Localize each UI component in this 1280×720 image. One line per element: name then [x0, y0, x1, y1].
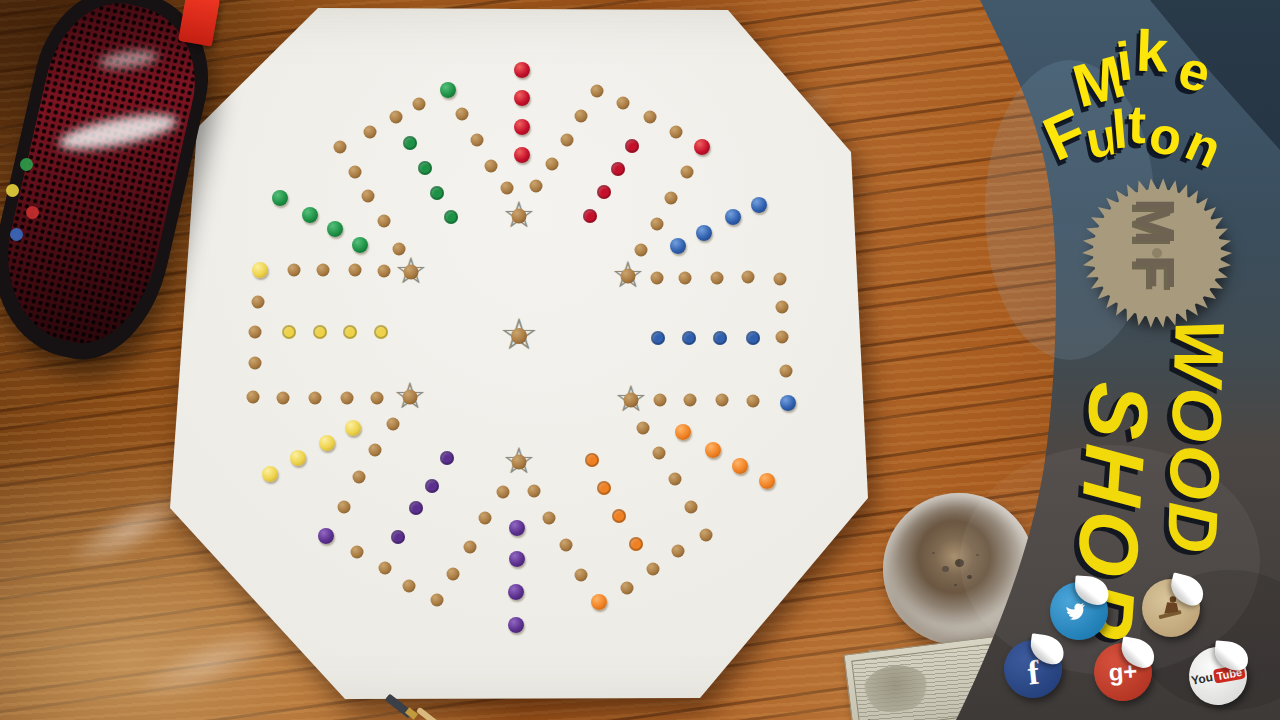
youtube-wordmark: You Tube	[1190, 664, 1246, 687]
marble-orange	[732, 458, 748, 474]
hole-star-shortcut	[403, 390, 418, 405]
hole-track	[338, 501, 351, 514]
hole-track	[637, 422, 650, 435]
hole-track	[364, 126, 377, 139]
woodworker-icon	[1152, 589, 1190, 627]
channel-name-letter: k	[1135, 21, 1169, 80]
hole-track	[546, 158, 559, 171]
marble-green	[352, 237, 368, 253]
hole-track	[617, 97, 630, 110]
hole-star-shortcut	[404, 265, 419, 280]
home-hole-blue	[682, 331, 696, 345]
hole-track	[349, 166, 362, 179]
hole-track	[543, 512, 556, 525]
hole-track	[647, 563, 660, 576]
marble-green-on-track	[440, 82, 456, 98]
hole-track	[685, 501, 698, 514]
home-hole-orange	[612, 509, 626, 523]
banner-word-wood: WOOD	[1152, 317, 1240, 557]
hole-star-shortcut	[512, 455, 527, 470]
marble-yellow	[319, 435, 335, 451]
hole-track	[644, 111, 657, 124]
home-hole-orange	[629, 537, 643, 551]
home-hole-green	[403, 136, 417, 150]
marble-orange	[705, 442, 721, 458]
hole-track	[497, 486, 510, 499]
hole-track	[679, 272, 692, 285]
hole-track	[654, 394, 667, 407]
marble-bag-mesh	[0, 0, 211, 356]
home-hole-yellow	[374, 325, 388, 339]
marble-purple	[508, 584, 524, 600]
hole-track	[561, 134, 574, 147]
home-hole-orange	[585, 453, 599, 467]
hole-track	[501, 182, 514, 195]
home-hole-red	[597, 185, 611, 199]
bag-red-tab	[178, 0, 220, 47]
hole-track	[371, 392, 384, 405]
hole-track	[681, 166, 694, 179]
hole-track	[672, 545, 685, 558]
bag-marble-red	[26, 206, 39, 219]
hole-track	[635, 244, 648, 257]
hole-track	[711, 272, 724, 285]
hole-track	[247, 391, 260, 404]
hole-track	[530, 180, 543, 193]
google-plus-glyph: g+	[1108, 657, 1139, 687]
hole-track	[378, 265, 391, 278]
twitter-bird-icon	[1058, 590, 1100, 632]
facebook-f-glyph: f	[1026, 653, 1041, 692]
hole-track	[351, 546, 364, 559]
hole-track	[309, 392, 322, 405]
hole-track	[456, 108, 469, 121]
home-hole-red	[611, 162, 625, 176]
marble-purple	[508, 617, 524, 633]
home-hole-red	[583, 209, 597, 223]
home-hole-purple	[391, 530, 405, 544]
marble-bag-body	[0, 0, 226, 375]
hole-track	[776, 301, 789, 314]
marble-green	[302, 207, 318, 223]
marble-green	[327, 221, 343, 237]
hole-track	[774, 273, 787, 286]
hole-track	[621, 582, 634, 595]
bill-denomination: 20	[858, 716, 874, 720]
hole-track	[479, 512, 492, 525]
marble-red	[514, 62, 530, 78]
hole-track	[747, 395, 760, 408]
bag-marble-blue	[10, 228, 23, 241]
youtube-you-text: You	[1190, 670, 1214, 688]
hole-track	[464, 541, 477, 554]
glass-ashtray	[883, 493, 1035, 645]
hole-track	[575, 569, 588, 582]
marble-yellow	[290, 450, 306, 466]
marble-orange	[675, 424, 691, 440]
hole-track	[669, 473, 682, 486]
home-hole-blue	[713, 331, 727, 345]
marble-blue	[670, 238, 686, 254]
marble-blue-on-track	[780, 395, 796, 411]
hole-track	[684, 394, 697, 407]
home-hole-green	[430, 186, 444, 200]
paint-brush	[378, 688, 448, 720]
marble-purple	[509, 520, 525, 536]
hole-track	[379, 562, 392, 575]
hole-track	[403, 580, 416, 593]
marble-yellow-on-track	[252, 262, 268, 278]
brush-handle	[416, 707, 440, 720]
marble-purple-on-track	[318, 528, 334, 544]
hole-star-shortcut	[621, 269, 636, 284]
hole-track	[249, 326, 262, 339]
home-hole-orange	[597, 481, 611, 495]
hole-track	[651, 272, 664, 285]
hole-track	[393, 243, 406, 256]
video-thumbnail: ☆☆☆☆☆☆☆ 20	[0, 0, 1280, 720]
hole-track	[591, 85, 604, 98]
hole-track	[431, 594, 444, 607]
hole-track	[780, 365, 793, 378]
hole-track	[653, 447, 666, 460]
marble-orange-on-track	[591, 594, 607, 610]
hole-track	[485, 160, 498, 173]
home-hole-yellow	[313, 325, 327, 339]
hole-track	[390, 111, 403, 124]
bag-marble-green	[20, 158, 33, 171]
marble-orange	[759, 473, 775, 489]
hole-track	[252, 296, 265, 309]
home-hole-yellow	[343, 325, 357, 339]
hole-track	[387, 418, 400, 431]
hole-track	[353, 471, 366, 484]
hole-track	[317, 264, 330, 277]
channel-name-letter: t	[1128, 97, 1147, 151]
hole-track	[447, 568, 460, 581]
hole-star-shortcut	[512, 209, 527, 224]
marble-blue	[696, 225, 712, 241]
hole-track	[362, 190, 375, 203]
logo-monogram: MF	[1123, 198, 1188, 299]
marble-yellow	[345, 420, 361, 436]
hole-track	[341, 392, 354, 405]
home-hole-purple	[440, 451, 454, 465]
marble-blue	[725, 209, 741, 225]
hole-track	[369, 444, 382, 457]
youtube-tube-text: Tube	[1213, 664, 1246, 683]
hole-track	[776, 331, 789, 344]
hole-track	[665, 192, 678, 205]
marble-blue	[751, 197, 767, 213]
hole-center	[511, 328, 527, 344]
hole-track	[334, 141, 347, 154]
home-hole-purple	[409, 501, 423, 515]
marble-bag	[0, 0, 236, 390]
home-hole-red	[625, 139, 639, 153]
hole-track	[277, 392, 290, 405]
home-hole-yellow	[282, 325, 296, 339]
hole-track	[413, 98, 426, 111]
bag-marble-yellow	[6, 184, 19, 197]
marble-red	[514, 147, 530, 163]
marble-red	[514, 90, 530, 106]
marble-yellow	[262, 466, 278, 482]
home-hole-blue	[651, 331, 665, 345]
hole-star-shortcut	[624, 393, 639, 408]
hole-track	[575, 110, 588, 123]
hole-track	[700, 529, 713, 542]
marble-red	[514, 119, 530, 135]
home-hole-green	[444, 210, 458, 224]
hole-track	[378, 215, 391, 228]
marble-purple	[509, 551, 525, 567]
hole-track	[742, 271, 755, 284]
hole-track	[249, 357, 262, 370]
hole-track	[528, 485, 541, 498]
woodshop-sticker-icon[interactable]	[1142, 579, 1200, 637]
hole-track	[651, 218, 664, 231]
hole-track	[288, 264, 301, 277]
home-hole-green	[418, 161, 432, 175]
hole-track	[560, 539, 573, 552]
home-hole-purple	[425, 479, 439, 493]
marble-green	[272, 190, 288, 206]
hole-track	[471, 134, 484, 147]
hole-track	[670, 126, 683, 139]
home-hole-blue	[746, 331, 760, 345]
marble-red-on-track	[694, 139, 710, 155]
hole-track	[349, 264, 362, 277]
hole-track	[716, 394, 729, 407]
